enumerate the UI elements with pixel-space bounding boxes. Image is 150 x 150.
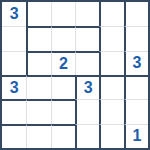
cell-r3c3-given: 2 bbox=[51, 51, 75, 75]
cell-r3c2[interactable] bbox=[26, 51, 50, 75]
cell-r3c1[interactable] bbox=[2, 51, 26, 75]
cell-r2c6[interactable] bbox=[124, 26, 148, 50]
cell-r5c3[interactable] bbox=[51, 99, 75, 123]
cell-r5c4[interactable] bbox=[75, 99, 99, 123]
cell-r5c5[interactable] bbox=[99, 99, 123, 123]
cell-r2c3[interactable] bbox=[51, 26, 75, 50]
cell-r6c2[interactable] bbox=[26, 124, 50, 148]
cell-r1c4[interactable] bbox=[75, 2, 99, 26]
cell-r4c4-given: 3 bbox=[75, 75, 99, 99]
cell-r2c4[interactable] bbox=[75, 26, 99, 50]
cell-r6c4[interactable] bbox=[75, 124, 99, 148]
cell-r4c6[interactable] bbox=[124, 75, 148, 99]
cell-r1c6[interactable] bbox=[124, 2, 148, 26]
cell-r2c2[interactable] bbox=[26, 26, 50, 50]
cell-r5c6[interactable] bbox=[124, 99, 148, 123]
cell-r3c6-given: 3 bbox=[124, 51, 148, 75]
cell-r6c3[interactable] bbox=[51, 124, 75, 148]
cell-r4c1-given: 3 bbox=[2, 75, 26, 99]
cell-r3c4[interactable] bbox=[75, 51, 99, 75]
cell-r1c1-given: 3 bbox=[2, 2, 26, 26]
cell-r6c5[interactable] bbox=[99, 124, 123, 148]
cell-r5c1[interactable] bbox=[2, 99, 26, 123]
cell-r6c1[interactable] bbox=[2, 124, 26, 148]
cell-r4c3[interactable] bbox=[51, 75, 75, 99]
cell-r5c2[interactable] bbox=[26, 99, 50, 123]
cell-r1c3[interactable] bbox=[51, 2, 75, 26]
cell-r1c2[interactable] bbox=[26, 2, 50, 26]
cell-r2c1[interactable] bbox=[2, 26, 26, 50]
cell-r4c5[interactable] bbox=[99, 75, 123, 99]
suguru-board: 323331 bbox=[0, 0, 150, 150]
cell-r6c6-given: 1 bbox=[124, 124, 148, 148]
cell-r4c2[interactable] bbox=[26, 75, 50, 99]
cell-r1c5[interactable] bbox=[99, 2, 123, 26]
cell-r3c5[interactable] bbox=[99, 51, 123, 75]
cell-r2c5[interactable] bbox=[99, 26, 123, 50]
